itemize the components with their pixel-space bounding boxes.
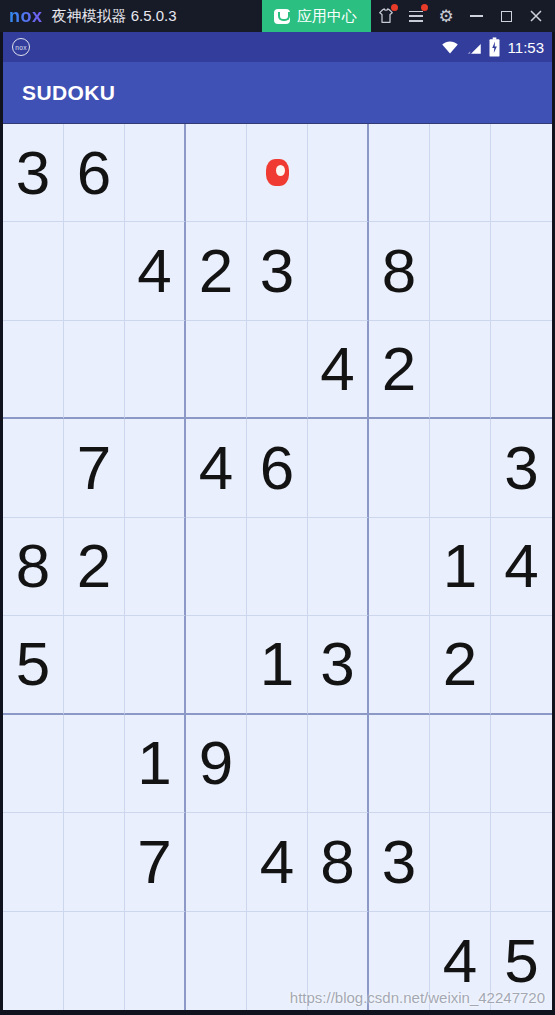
cell-r7c1[interactable] [3, 715, 64, 813]
given-digit: 3 [504, 437, 538, 499]
given-digit: 6 [260, 437, 294, 499]
cell-r6c3[interactable] [125, 616, 186, 714]
cell-r3c5[interactable] [247, 321, 308, 419]
android-status-bar: nox 11:53 [3, 32, 552, 62]
cell-r2c1[interactable] [3, 222, 64, 320]
cell-r3c1[interactable] [3, 321, 64, 419]
close-icon [528, 8, 544, 24]
cell-r5c2[interactable]: 2 [64, 518, 125, 616]
minimize-icon [470, 15, 483, 17]
cell-r8c1[interactable] [3, 813, 64, 911]
clock: 11:53 [508, 39, 544, 56]
cell-r1c3[interactable] [125, 124, 186, 222]
cell-r4c1[interactable] [3, 419, 64, 517]
settings-button[interactable]: ⚙ [431, 0, 461, 32]
cell-r4c8[interactable] [430, 419, 491, 517]
given-digit: 4 [504, 535, 538, 597]
cell-r9c4[interactable] [186, 912, 247, 1010]
cell-r5c6[interactable] [308, 518, 369, 616]
cell-r8c6[interactable]: 8 [308, 813, 369, 911]
red-annotation-mark [266, 159, 289, 186]
cell-r6c4[interactable] [186, 616, 247, 714]
cell-r5c5[interactable] [247, 518, 308, 616]
cell-r9c1[interactable] [3, 912, 64, 1010]
cell-r3c9[interactable] [491, 321, 552, 419]
cell-r5c4[interactable] [186, 518, 247, 616]
given-digit: 2 [199, 240, 233, 302]
cell-r8c7[interactable]: 3 [369, 813, 430, 911]
cell-r6c7[interactable] [369, 616, 430, 714]
cell-r9c3[interactable] [125, 912, 186, 1010]
cell-r9c5[interactable] [247, 912, 308, 1010]
gear-icon: ⚙ [438, 8, 453, 25]
android-screen: nox 11:53 SUDOKU 36423842746382145132197… [0, 32, 555, 1015]
cell-r9c6[interactable] [308, 912, 369, 1010]
cell-r9c7[interactable] [369, 912, 430, 1010]
cellular-signal-icon [465, 38, 483, 56]
cell-r4c7[interactable] [369, 419, 430, 517]
cell-r3c3[interactable] [125, 321, 186, 419]
cell-r8c8[interactable] [430, 813, 491, 911]
cell-r7c2[interactable] [64, 715, 125, 813]
cell-r3c2[interactable] [64, 321, 125, 419]
cell-r2c6[interactable] [308, 222, 369, 320]
notification-badge [391, 4, 398, 11]
menu-button[interactable] [401, 0, 431, 32]
given-digit: 9 [199, 732, 233, 794]
given-digit: 8 [382, 240, 416, 302]
cell-r1c9[interactable] [491, 124, 552, 222]
cell-r7c5[interactable] [247, 715, 308, 813]
given-digit: 1 [137, 732, 171, 794]
cell-r6c8[interactable]: 2 [430, 616, 491, 714]
menu-icon [409, 11, 423, 22]
cell-r5c3[interactable] [125, 518, 186, 616]
given-digit: 7 [77, 437, 111, 499]
cell-r6c1[interactable]: 5 [3, 616, 64, 714]
cell-r8c9[interactable] [491, 813, 552, 911]
page-title: SUDOKU [22, 81, 115, 105]
cell-r8c3[interactable]: 7 [125, 813, 186, 911]
cell-r1c7[interactable] [369, 124, 430, 222]
cell-r4c6[interactable] [308, 419, 369, 517]
cell-r8c2[interactable] [64, 813, 125, 911]
cell-r7c3[interactable]: 1 [125, 715, 186, 813]
app-center-button[interactable]: 应用中心 [262, 0, 371, 32]
cell-r6c5[interactable]: 1 [247, 616, 308, 714]
given-digit: 1 [443, 535, 477, 597]
cell-r3c8[interactable] [430, 321, 491, 419]
app-bar: SUDOKU [3, 62, 552, 123]
notification-badge [421, 4, 428, 11]
given-digit: 3 [260, 240, 294, 302]
given-digit: 4 [199, 437, 233, 499]
cell-r8c5[interactable]: 4 [247, 813, 308, 911]
cell-r8c4[interactable] [186, 813, 247, 911]
cell-r4c3[interactable] [125, 419, 186, 517]
maximize-button[interactable] [491, 0, 521, 32]
cell-r4c4[interactable]: 4 [186, 419, 247, 517]
given-digit: 3 [16, 142, 50, 204]
theme-button[interactable] [371, 0, 401, 32]
cell-r6c9[interactable] [491, 616, 552, 714]
given-digit: 8 [320, 831, 354, 893]
cell-r9c2[interactable] [64, 912, 125, 1010]
given-digit: 4 [443, 930, 477, 992]
cell-r3c7[interactable]: 2 [369, 321, 430, 419]
sudoku-grid: 3642384274638214513219748345 [3, 123, 552, 1010]
app-center-label: 应用中心 [297, 7, 357, 26]
given-digit: 8 [16, 535, 50, 597]
cell-r9c9[interactable]: 5 [491, 912, 552, 1010]
given-digit: 5 [504, 930, 538, 992]
nox-notification-icon: nox [12, 38, 30, 56]
cell-r7c4[interactable]: 9 [186, 715, 247, 813]
shopping-bag-icon [274, 9, 290, 24]
given-digit: 1 [260, 633, 294, 695]
nox-logo: nox [9, 6, 43, 27]
window-title: 夜神模拟器 6.5.0.3 [52, 7, 177, 26]
cell-r3c4[interactable] [186, 321, 247, 419]
given-digit: 5 [16, 633, 50, 695]
cell-r1c1[interactable]: 3 [3, 124, 64, 222]
given-digit: 4 [260, 831, 294, 893]
given-digit: 2 [443, 633, 477, 695]
cell-r2c7[interactable]: 8 [369, 222, 430, 320]
cell-r2c3[interactable]: 4 [125, 222, 186, 320]
cell-r2c8[interactable] [430, 222, 491, 320]
cell-r1c4[interactable] [186, 124, 247, 222]
cell-r6c6[interactable]: 3 [308, 616, 369, 714]
cell-r9c8[interactable]: 4 [430, 912, 491, 1010]
cell-r7c6[interactable] [308, 715, 369, 813]
cell-r5c7[interactable] [369, 518, 430, 616]
cell-r2c5[interactable]: 3 [247, 222, 308, 320]
given-digit: 6 [77, 142, 111, 204]
cell-r7c8[interactable] [430, 715, 491, 813]
given-digit: 3 [320, 633, 354, 695]
given-digit: 3 [382, 831, 416, 893]
close-button[interactable] [521, 0, 551, 32]
cell-r2c2[interactable] [64, 222, 125, 320]
given-digit: 2 [382, 338, 416, 400]
cell-r5c1[interactable]: 8 [3, 518, 64, 616]
wifi-icon [440, 38, 460, 56]
cell-r4c2[interactable]: 7 [64, 419, 125, 517]
cell-r6c2[interactable] [64, 616, 125, 714]
emulator-title-bar: nox 夜神模拟器 6.5.0.3 应用中心 ⚙ [0, 0, 555, 32]
given-digit: 4 [137, 240, 171, 302]
cell-r2c4[interactable]: 2 [186, 222, 247, 320]
given-digit: 4 [320, 338, 354, 400]
cell-r5c9[interactable]: 4 [491, 518, 552, 616]
cell-r3c6[interactable]: 4 [308, 321, 369, 419]
cell-r7c7[interactable] [369, 715, 430, 813]
minimize-button[interactable] [461, 0, 491, 32]
cell-r1c2[interactable]: 6 [64, 124, 125, 222]
maximize-icon [501, 11, 512, 22]
cell-r7c9[interactable] [491, 715, 552, 813]
cell-r1c8[interactable] [430, 124, 491, 222]
cell-r2c9[interactable] [491, 222, 552, 320]
cell-r1c5[interactable] [247, 124, 308, 222]
battery-charging-icon [488, 37, 501, 57]
cell-r4c9[interactable]: 3 [491, 419, 552, 517]
given-digit: 7 [137, 831, 171, 893]
cell-r4c5[interactable]: 6 [247, 419, 308, 517]
given-digit: 2 [77, 535, 111, 597]
cell-r1c6[interactable] [308, 124, 369, 222]
cell-r5c8[interactable]: 1 [430, 518, 491, 616]
